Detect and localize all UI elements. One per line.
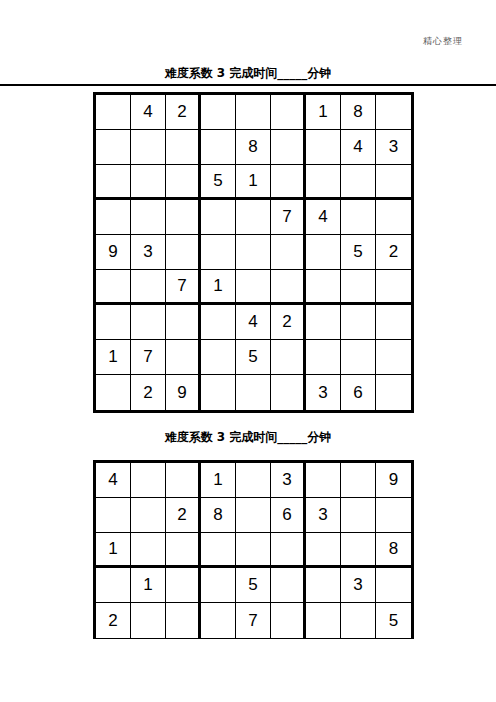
sudoku-cell-r2c6[interactable]	[271, 130, 306, 165]
sudoku-cell-r2c9[interactable]	[376, 498, 411, 533]
puzzle-2-title: 难度系数 3 完成时间_____分钟	[0, 429, 496, 446]
sudoku-cell-r6c1[interactable]	[96, 270, 131, 305]
sudoku-cell-r9c5[interactable]	[236, 375, 271, 410]
sudoku-cell-r5c9[interactable]: 2	[376, 235, 411, 270]
sudoku-cell-r2c2[interactable]	[131, 130, 166, 165]
sudoku-cell-r3c2[interactable]	[131, 165, 166, 200]
sudoku-cell-r4c1[interactable]	[96, 200, 131, 235]
sudoku-cell-r3c7[interactable]	[306, 533, 341, 568]
sudoku-cell-r7c2[interactable]	[131, 305, 166, 340]
sudoku-cell-r5c3[interactable]	[166, 235, 201, 270]
sudoku-cell-r9c7[interactable]: 3	[306, 375, 341, 410]
sudoku-cell-r1c2[interactable]: 4	[131, 95, 166, 130]
sudoku-cell-r4c1[interactable]	[96, 568, 131, 603]
sudoku-cell-r9c4[interactable]	[201, 375, 236, 410]
sudoku-cell-r5c1[interactable]: 2	[96, 603, 131, 638]
sudoku-cell-r3c6[interactable]	[271, 165, 306, 200]
sudoku-cell-r4c5[interactable]: 5	[236, 568, 271, 603]
puzzle-1-title: 难度系数 3 完成时间_____分钟	[0, 65, 496, 82]
sudoku-cell-r5c8[interactable]	[341, 603, 376, 638]
sudoku-cell-r2c3[interactable]: 2	[166, 498, 201, 533]
sudoku-cell-r8c7[interactable]	[306, 340, 341, 375]
sudoku-cell-r7c3[interactable]	[166, 305, 201, 340]
sudoku-cell-r5c8[interactable]: 5	[341, 235, 376, 270]
sudoku-cell-r2c7[interactable]: 3	[306, 498, 341, 533]
sudoku-cell-r4c6[interactable]: 7	[271, 200, 306, 235]
sudoku-cell-r4c2[interactable]	[131, 200, 166, 235]
sudoku-cell-r4c8[interactable]	[341, 200, 376, 235]
sudoku-cell-r1c3[interactable]	[166, 463, 201, 498]
sudoku-cell-r1c1[interactable]	[96, 95, 131, 130]
sudoku-cell-r2c4[interactable]	[201, 130, 236, 165]
sudoku-cell-r1c5[interactable]	[236, 95, 271, 130]
sudoku-cell-r8c9[interactable]	[376, 340, 411, 375]
sudoku-cell-r2c4[interactable]: 8	[201, 498, 236, 533]
sudoku-cell-r6c3[interactable]: 7	[166, 270, 201, 305]
sudoku-cell-r5c6[interactable]	[271, 603, 306, 638]
sudoku-cell-r9c9[interactable]	[376, 375, 411, 410]
sudoku-cell-r3c8[interactable]	[341, 533, 376, 568]
sudoku-cell-r1c4[interactable]	[201, 95, 236, 130]
sudoku-cell-r1c6[interactable]: 3	[271, 463, 306, 498]
sudoku-grid-1: 42188435174935271421752936	[93, 92, 414, 413]
sudoku-cell-r5c4[interactable]	[201, 603, 236, 638]
sudoku-cell-r5c5[interactable]: 7	[236, 603, 271, 638]
sudoku-cell-r4c7[interactable]: 4	[306, 200, 341, 235]
sudoku-cell-r6c7[interactable]	[306, 270, 341, 305]
sudoku-cell-r7c8[interactable]	[341, 305, 376, 340]
header-rule	[0, 84, 496, 86]
sudoku-cell-r7c7[interactable]	[306, 305, 341, 340]
sudoku-cell-r1c8[interactable]	[341, 463, 376, 498]
sudoku-cell-r1c8[interactable]: 8	[341, 95, 376, 130]
sudoku-cell-r4c4[interactable]	[201, 200, 236, 235]
sudoku-cell-r3c2[interactable]	[131, 533, 166, 568]
sudoku-cell-r3c3[interactable]	[166, 165, 201, 200]
sudoku-cell-r8c8[interactable]	[341, 340, 376, 375]
sudoku-cell-r2c1[interactable]	[96, 498, 131, 533]
sudoku-cell-r2c6[interactable]: 6	[271, 498, 306, 533]
document-page: 精心整理 难度系数 3 完成时间_____分钟 4218843517493527…	[0, 0, 496, 702]
sudoku-cell-r4c9[interactable]	[376, 568, 411, 603]
sudoku-cell-r2c7[interactable]	[306, 130, 341, 165]
sudoku-cell-r1c7[interactable]: 1	[306, 95, 341, 130]
sudoku-cell-r3c4[interactable]: 5	[201, 165, 236, 200]
sudoku-cell-r5c7[interactable]	[306, 235, 341, 270]
sudoku-cell-r1c1[interactable]: 4	[96, 463, 131, 498]
sudoku-cell-r3c5[interactable]: 1	[236, 165, 271, 200]
sudoku-cell-r8c6[interactable]	[271, 340, 306, 375]
sudoku-cell-r5c7[interactable]	[306, 603, 341, 638]
sudoku-cell-r5c2[interactable]	[131, 603, 166, 638]
sudoku-cell-r8c3[interactable]	[166, 340, 201, 375]
sudoku-cell-r1c5[interactable]	[236, 463, 271, 498]
sudoku-cell-r6c9[interactable]	[376, 270, 411, 305]
sudoku-cell-r5c3[interactable]	[166, 603, 201, 638]
sudoku-cell-r1c2[interactable]	[131, 463, 166, 498]
sudoku-cell-r4c3[interactable]	[166, 200, 201, 235]
sudoku-cell-r4c6[interactable]	[271, 568, 306, 603]
sudoku-cell-r4c3[interactable]	[166, 568, 201, 603]
sudoku-cell-r5c6[interactable]	[271, 235, 306, 270]
sudoku-cell-r5c4[interactable]	[201, 235, 236, 270]
sudoku-cell-r3c1[interactable]: 1	[96, 533, 131, 568]
sudoku-cell-r3c8[interactable]	[341, 165, 376, 200]
sudoku-cell-r5c2[interactable]: 3	[131, 235, 166, 270]
sudoku-cell-r3c3[interactable]	[166, 533, 201, 568]
sudoku-cell-r4c2[interactable]: 1	[131, 568, 166, 603]
sudoku-cell-r7c6[interactable]: 2	[271, 305, 306, 340]
sudoku-cell-r5c9[interactable]: 5	[376, 603, 411, 638]
sudoku-cell-r4c8[interactable]: 3	[341, 568, 376, 603]
sudoku-cell-r1c9[interactable]: 9	[376, 463, 411, 498]
sudoku-cell-r2c5[interactable]: 8	[236, 130, 271, 165]
sudoku-cell-r3c9[interactable]: 8	[376, 533, 411, 568]
sudoku-cell-r7c1[interactable]	[96, 305, 131, 340]
sudoku-cell-r8c5[interactable]: 5	[236, 340, 271, 375]
sudoku-cell-r9c6[interactable]	[271, 375, 306, 410]
sudoku-cell-r1c3[interactable]: 2	[166, 95, 201, 130]
sudoku-cell-r4c5[interactable]	[236, 200, 271, 235]
sudoku-cell-r1c9[interactable]	[376, 95, 411, 130]
sudoku-cell-r6c5[interactable]	[236, 270, 271, 305]
sudoku-cell-r7c4[interactable]	[201, 305, 236, 340]
sudoku-cell-r2c8[interactable]: 4	[341, 130, 376, 165]
sudoku-cell-r3c5[interactable]	[236, 533, 271, 568]
sudoku-cell-r5c5[interactable]	[236, 235, 271, 270]
sudoku-cell-r7c5[interactable]: 4	[236, 305, 271, 340]
sudoku-cell-r2c9[interactable]: 3	[376, 130, 411, 165]
sudoku-cell-r7c9[interactable]	[376, 305, 411, 340]
sudoku-cell-r5c1[interactable]: 9	[96, 235, 131, 270]
sudoku-cell-r3c4[interactable]	[201, 533, 236, 568]
sudoku-cell-r3c6[interactable]	[271, 533, 306, 568]
sudoku-cell-r9c3[interactable]: 9	[166, 375, 201, 410]
sudoku-cell-r9c2[interactable]: 2	[131, 375, 166, 410]
sudoku-cell-r6c6[interactable]	[271, 270, 306, 305]
sudoku-cell-r6c2[interactable]	[131, 270, 166, 305]
sudoku-cell-r8c2[interactable]: 7	[131, 340, 166, 375]
sudoku-cell-r1c6[interactable]	[271, 95, 306, 130]
sudoku-cell-r3c7[interactable]	[306, 165, 341, 200]
sudoku-cell-r1c7[interactable]	[306, 463, 341, 498]
sudoku-cell-r4c7[interactable]	[306, 568, 341, 603]
sudoku-cell-r1c4[interactable]: 1	[201, 463, 236, 498]
sudoku-cell-r2c5[interactable]	[236, 498, 271, 533]
sudoku-cell-r4c4[interactable]	[201, 568, 236, 603]
sudoku-cell-r2c8[interactable]	[341, 498, 376, 533]
sudoku-grid-2: 4139286318153275	[93, 460, 414, 639]
sudoku-cell-r3c9[interactable]	[376, 165, 411, 200]
sudoku-cell-r8c1[interactable]: 1	[96, 340, 131, 375]
sudoku-cell-r2c3[interactable]	[166, 130, 201, 165]
sudoku-cell-r6c4[interactable]: 1	[201, 270, 236, 305]
sudoku-cell-r2c1[interactable]	[96, 130, 131, 165]
sudoku-cell-r4c9[interactable]	[376, 200, 411, 235]
sudoku-cell-r6c8[interactable]	[341, 270, 376, 305]
sudoku-cell-r9c8[interactable]: 6	[341, 375, 376, 410]
sudoku-cell-r2c2[interactable]	[131, 498, 166, 533]
sudoku-cell-r8c4[interactable]	[201, 340, 236, 375]
sudoku-cell-r9c1[interactable]	[96, 375, 131, 410]
watermark-text: 精心整理	[423, 35, 463, 48]
sudoku-cell-r3c1[interactable]	[96, 165, 131, 200]
